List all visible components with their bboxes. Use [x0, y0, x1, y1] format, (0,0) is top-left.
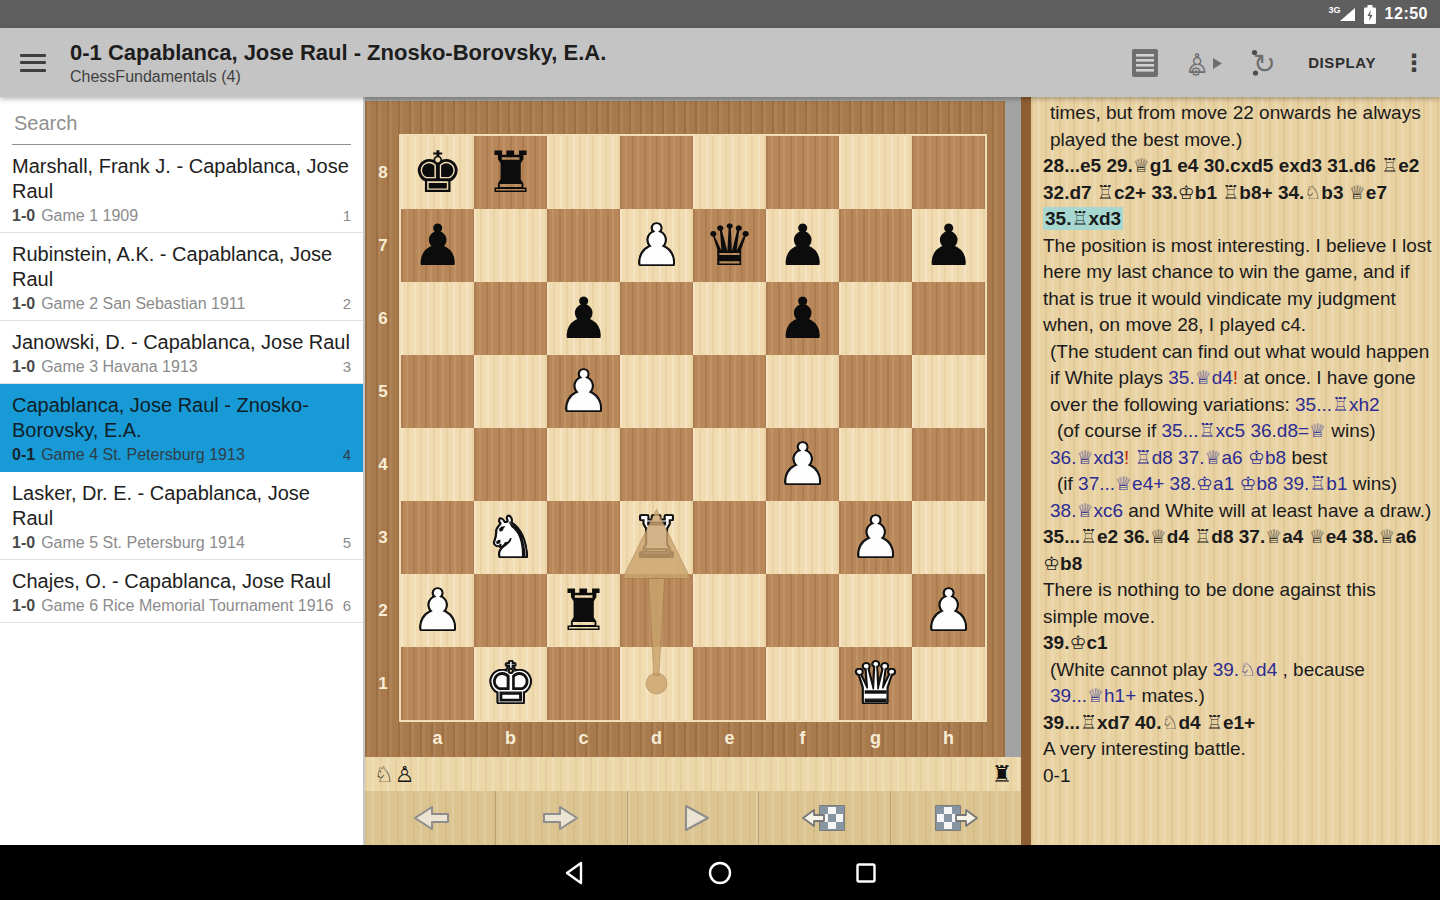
- rank-labels: 87654321: [365, 136, 401, 720]
- white-rook-piece: ♜: [631, 501, 682, 574]
- square-d2[interactable]: [620, 574, 693, 647]
- square-h4[interactable]: [912, 428, 985, 501]
- square-h7[interactable]: ♟: [912, 209, 985, 282]
- square-d3[interactable]: ♜: [620, 501, 693, 574]
- square-b8[interactable]: ♜: [474, 136, 547, 209]
- comment-text: (of course if: [1057, 420, 1162, 441]
- item-detail: Game 1 1909: [41, 207, 138, 225]
- square-c3[interactable]: [547, 501, 620, 574]
- file-label: a: [401, 720, 474, 757]
- square-e6[interactable]: [693, 282, 766, 355]
- hamburger-menu-icon[interactable]: [20, 54, 46, 72]
- rank-label: 5: [365, 355, 401, 428]
- black-pawn-piece: ♟: [777, 209, 828, 282]
- square-h1[interactable]: [912, 647, 985, 720]
- item-title: Janowski, D. - Capablanca, Jose Raul: [12, 330, 351, 355]
- back-triangle-icon: [563, 861, 585, 885]
- file-label: g: [839, 720, 912, 757]
- item-number: 4: [343, 446, 351, 463]
- square-f2[interactable]: [766, 574, 839, 647]
- square-c8[interactable]: [547, 136, 620, 209]
- file-label: e: [693, 720, 766, 757]
- square-e4[interactable]: [693, 428, 766, 501]
- square-g2[interactable]: [839, 574, 912, 647]
- square-b6[interactable]: [474, 282, 547, 355]
- item-number: 1: [343, 207, 351, 224]
- square-a7[interactable]: ♟: [401, 209, 474, 282]
- square-g6[interactable]: [839, 282, 912, 355]
- item-title: Marshall, Frank J. - Capablanca, Jose Ra…: [12, 154, 351, 204]
- notation-list-icon[interactable]: [1132, 48, 1158, 78]
- square-a3[interactable]: [401, 501, 474, 574]
- black-rook-piece: ♜: [558, 574, 609, 647]
- square-a5[interactable]: [401, 355, 474, 428]
- move-text[interactable]: 39.♘d4: [1213, 659, 1278, 680]
- square-d7[interactable]: ♟: [620, 209, 693, 282]
- square-h2[interactable]: ♟: [912, 574, 985, 647]
- item-result: 0-1: [12, 446, 35, 464]
- square-c5[interactable]: ♟: [547, 355, 620, 428]
- arrow-left-icon: [406, 800, 454, 836]
- arrow-right-icon: [538, 800, 586, 836]
- file-label: b: [474, 720, 547, 757]
- item-number: 2: [343, 295, 351, 312]
- move-text[interactable]: 35...♖e2 36.♕d4 ♖d8 37.♕a4 ♕e4 38.♕a6 ♔b…: [1043, 526, 1417, 574]
- square-f3[interactable]: [766, 501, 839, 574]
- square-h8[interactable]: [912, 136, 985, 209]
- square-g3[interactable]: ♟: [839, 501, 912, 574]
- square-g4[interactable]: [839, 428, 912, 501]
- black-queen-piece: ♛: [704, 209, 755, 282]
- chess-board: 87654321 abcdefgh ♚♜♟♟♛♟♟♟♟♟♟♞♜♟♟♜♟♚♛: [365, 101, 1005, 757]
- square-b2[interactable]: [474, 574, 547, 647]
- move-line[interactable]: (of course if 35...♖xc5 36.d8=♕ wins): [1043, 418, 1434, 445]
- white-queen-piece: ♛: [850, 647, 901, 720]
- move-line[interactable]: (White cannot play 39.♘d4 , because 39..…: [1043, 657, 1434, 710]
- item-number: 3: [343, 358, 351, 375]
- comment-text: wins): [1348, 473, 1398, 494]
- rank-label: 4: [365, 428, 401, 501]
- item-title: Lasker, Dr. E. - Capablanca, Jose Raul: [12, 481, 351, 531]
- comment-text: 0-1: [1043, 765, 1070, 786]
- comment-text: mates.): [1136, 685, 1205, 706]
- square-e2[interactable]: [693, 574, 766, 647]
- list-item[interactable]: Lasker, Dr. E. - Capablanca, Jose Raul1-…: [0, 472, 363, 560]
- item-detail: Game 2 San Sebastian 1911: [41, 295, 245, 313]
- white-pawn-piece: ♟: [777, 428, 828, 501]
- square-e8[interactable]: [693, 136, 766, 209]
- item-title: Chajes, O. - Capablanca, Jose Raul: [12, 569, 351, 594]
- move-line[interactable]: (The student can find out what would hap…: [1043, 339, 1434, 419]
- move-text[interactable]: ♖d8 37.♕a6 ♔b8: [1129, 447, 1286, 468]
- chess-pgn-app: 3G 12:50 0-1 Capablanca, Jose Raul - Zno…: [0, 0, 1440, 900]
- move-text[interactable]: 38.♕xc6: [1050, 500, 1123, 521]
- battery-charging-icon: [1364, 5, 1376, 24]
- comment-text: The position is most interesting. I beli…: [1043, 235, 1432, 336]
- black-pawn-piece: ♟: [412, 209, 463, 282]
- black-pawn-piece: ♟: [777, 282, 828, 355]
- android-recents-button[interactable]: [853, 860, 879, 886]
- comment-text: There is nothing to be done against this…: [1043, 579, 1376, 627]
- game-list: Marshall, Frank J. - Capablanca, Jose Ra…: [0, 145, 363, 623]
- move-text[interactable]: 39.♔c1: [1043, 632, 1108, 653]
- comment-line: times, but from move 22 onwards he alway…: [1043, 100, 1434, 153]
- square-c6[interactable]: ♟: [547, 282, 620, 355]
- square-e3[interactable]: [693, 501, 766, 574]
- square-b3[interactable]: ♞: [474, 501, 547, 574]
- move-line[interactable]: 38.♕xc6 and White will at least have a d…: [1043, 498, 1434, 525]
- page-title: 0-1 Capablanca, Jose Raul - Znosko-Borov…: [70, 40, 606, 66]
- navigation-toolbar: [365, 791, 1021, 845]
- signal-3g-icon: 3G: [1329, 5, 1355, 23]
- item-result: 1-0: [12, 597, 35, 615]
- square-e1[interactable]: [693, 647, 766, 720]
- square-h6[interactable]: [912, 282, 985, 355]
- white-pawn-piece: ♟: [558, 355, 609, 428]
- status-bar: 3G 12:50: [0, 0, 1440, 28]
- move-text[interactable]: 28...e5 29.♕g1 e4 30.cxd5 exd3 31.d6 ♖e2…: [1043, 155, 1419, 203]
- board-arrow-left-icon: [798, 800, 850, 836]
- white-pawn-piece: ♟: [850, 501, 901, 574]
- title-block: 0-1 Capablanca, Jose Raul - Znosko-Borov…: [70, 40, 606, 86]
- square-f7[interactable]: ♟: [766, 209, 839, 282]
- square-e7[interactable]: ♛: [693, 209, 766, 282]
- comment-text: (White cannot play: [1050, 659, 1213, 680]
- analysis-refresh-icon[interactable]: ↻: [1250, 47, 1282, 79]
- recents-square-icon: [855, 862, 877, 884]
- app-bar: 0-1 Capablanca, Jose Raul - Znosko-Borov…: [0, 28, 1440, 97]
- square-c1[interactable]: [547, 647, 620, 720]
- item-detail: Game 5 St. Petersburg 1914: [41, 534, 245, 552]
- black-pawn-piece: ♟: [558, 282, 609, 355]
- move-line[interactable]: 39...♖xd7 40.♘d4 ♖e1+: [1043, 710, 1434, 737]
- move-line[interactable]: (if 37...♕e4+ 38.♔a1 ♔b8 39.♖b1 wins): [1043, 471, 1434, 498]
- square-g7[interactable]: [839, 209, 912, 282]
- square-a4[interactable]: [401, 428, 474, 501]
- move-text[interactable]: 36.♕xd3: [1050, 447, 1124, 468]
- comment-text: A very interesting battle.: [1043, 738, 1246, 759]
- white-king-piece: ♚: [485, 647, 536, 720]
- comment-text: (if: [1057, 473, 1078, 494]
- move-line[interactable]: 39.♔c1: [1043, 630, 1434, 657]
- overflow-menu-icon[interactable]: ⋮: [1402, 53, 1426, 73]
- comment-line: The position is most interesting. I beli…: [1043, 233, 1434, 339]
- square-a8[interactable]: ♚: [401, 136, 474, 209]
- list-item[interactable]: Rubinstein, A.K. - Capablanca, Jose Raul…: [0, 233, 363, 321]
- moves-annotation-panel: times, but from move 22 onwards he alway…: [1021, 97, 1440, 845]
- square-g1[interactable]: ♛: [839, 647, 912, 720]
- home-circle-icon: [708, 861, 732, 885]
- android-nav-bar: [0, 845, 1440, 900]
- current-move[interactable]: 35.♖xd3: [1043, 207, 1123, 230]
- item-detail: Game 6 Rice Memorial Tournament 1916: [41, 597, 333, 615]
- square-g5[interactable]: [839, 355, 912, 428]
- comment-line: There is nothing to be done against this…: [1043, 577, 1434, 630]
- black-king-piece: ♚: [412, 136, 463, 209]
- black-rook-piece: ♜: [485, 136, 536, 209]
- file-label: c: [547, 720, 620, 757]
- square-b4[interactable]: [474, 428, 547, 501]
- square-d8[interactable]: [620, 136, 693, 209]
- white-pawn-piece: ♟: [631, 209, 682, 282]
- white-knight-piece: ♞: [485, 501, 536, 574]
- board-arrow-right-icon: [930, 800, 982, 836]
- square-e5[interactable]: [693, 355, 766, 428]
- square-a2[interactable]: ♟: [401, 574, 474, 647]
- captured-white-pieces: ♘♙: [374, 762, 415, 787]
- page-subtitle: ChessFundamentals (4): [70, 68, 606, 86]
- item-number: 6: [343, 597, 351, 614]
- list-item[interactable]: Janowski, D. - Capablanca, Jose Raul1-0G…: [0, 321, 363, 384]
- comment-line: A very interesting battle.: [1043, 736, 1434, 763]
- square-a1[interactable]: [401, 647, 474, 720]
- file-label: d: [620, 720, 693, 757]
- next-move-button[interactable]: [495, 791, 626, 845]
- item-number: 5: [343, 534, 351, 551]
- comment-text: , because: [1277, 659, 1365, 680]
- move-text[interactable]: 39...♕h1+: [1050, 685, 1136, 706]
- display-button[interactable]: DISPLAY: [1308, 54, 1376, 71]
- captured-pieces-tray: ♘♙ ♜: [365, 757, 1021, 791]
- square-f6[interactable]: ♟: [766, 282, 839, 355]
- square-f4[interactable]: ♟: [766, 428, 839, 501]
- square-d6[interactable]: [620, 282, 693, 355]
- square-f1[interactable]: [766, 647, 839, 720]
- play-icon: [669, 800, 717, 836]
- square-c2[interactable]: ♜: [547, 574, 620, 647]
- android-back-button[interactable]: [561, 860, 587, 886]
- file-labels: abcdefgh: [401, 720, 985, 757]
- comment-text: and White will at least have a draw.): [1123, 500, 1431, 521]
- search-input[interactable]: Search: [12, 97, 351, 145]
- rank-label: 3: [365, 501, 401, 574]
- square-c4[interactable]: [547, 428, 620, 501]
- move-line[interactable]: 35...♖e2 36.♕d4 ♖d8 37.♕a4 ♕e4 38.♕a6 ♔b…: [1043, 524, 1434, 577]
- square-h3[interactable]: [912, 501, 985, 574]
- square-f5[interactable]: [766, 355, 839, 428]
- square-d1[interactable]: [620, 647, 693, 720]
- item-detail: Game 4 St. Petersburg 1913: [41, 446, 245, 464]
- item-result: 1-0: [12, 207, 35, 225]
- move-text[interactable]: 39...♖xd7 40.♘d4 ♖e1+: [1043, 712, 1255, 733]
- svg-text:⚙: ⚙: [1190, 64, 1202, 79]
- comment-text: wins): [1326, 420, 1376, 441]
- square-d5[interactable]: [620, 355, 693, 428]
- white-pawn-piece: ♟: [923, 574, 974, 647]
- square-c7[interactable]: [547, 209, 620, 282]
- prev-game-button[interactable]: [758, 791, 889, 845]
- square-b5[interactable]: [474, 355, 547, 428]
- android-home-button[interactable]: [707, 860, 733, 886]
- square-g8[interactable]: [839, 136, 912, 209]
- item-result: 1-0: [12, 534, 35, 552]
- autoplay-button[interactable]: [627, 791, 758, 845]
- square-b1[interactable]: ♚: [474, 647, 547, 720]
- file-label: h: [912, 720, 985, 757]
- board-grid: ♚♜♟♟♛♟♟♟♟♟♟♞♜♟♟♜♟♚♛: [401, 136, 985, 720]
- board-column: 87654321 abcdefgh ♚♜♟♟♛♟♟♟♟♟♟♞♜♟♟♜♟♚♛ ♘♙…: [365, 97, 1021, 845]
- square-h5[interactable]: [912, 355, 985, 428]
- rank-label: 6: [365, 282, 401, 355]
- list-item[interactable]: Capablanca, Jose Raul - Znosko-Borovsky,…: [0, 384, 363, 472]
- move-text[interactable]: 35...♖xh2: [1295, 394, 1380, 415]
- comment-line: 0-1: [1043, 763, 1434, 790]
- move-text[interactable]: 35.♕d4: [1168, 367, 1233, 388]
- move-text[interactable]: 35...♖xc5 36.d8=♕: [1162, 420, 1327, 441]
- rank-label: 8: [365, 136, 401, 209]
- rank-label: 2: [365, 574, 401, 647]
- move-text[interactable]: 37...♕e4+ 38.♔a1 ♔b8 39.♖b1: [1078, 473, 1347, 494]
- list-item[interactable]: Chajes, O. - Capablanca, Jose Raul1-0Gam…: [0, 560, 363, 623]
- engine-play-icon[interactable]: ♙ ⚙: [1184, 47, 1224, 79]
- item-result: 1-0: [12, 295, 35, 313]
- clock: 12:50: [1385, 5, 1428, 23]
- game-list-sidebar: Search Marshall, Frank J. - Capablanca, …: [0, 97, 365, 845]
- move-line[interactable]: 28...e5 29.♕g1 e4 30.cxd5 exd3 31.d6 ♖e2…: [1043, 153, 1434, 233]
- comment-text: times, but from move 22 onwards he alway…: [1050, 102, 1421, 150]
- comment-text: best: [1286, 447, 1327, 468]
- white-pawn-piece: ♟: [412, 574, 463, 647]
- file-label: f: [766, 720, 839, 757]
- rank-label: 1: [365, 647, 401, 720]
- list-item[interactable]: Marshall, Frank J. - Capablanca, Jose Ra…: [0, 145, 363, 233]
- item-title: Capablanca, Jose Raul - Znosko-Borovsky,…: [12, 393, 351, 443]
- square-a6[interactable]: [401, 282, 474, 355]
- move-line[interactable]: 36.♕xd3! ♖d8 37.♕a6 ♔b8 best: [1043, 445, 1434, 472]
- item-title: Rubinstein, A.K. - Capablanca, Jose Raul: [12, 242, 351, 292]
- next-game-button[interactable]: [890, 791, 1021, 845]
- square-f8[interactable]: [766, 136, 839, 209]
- square-b7[interactable]: [474, 209, 547, 282]
- square-d4[interactable]: [620, 428, 693, 501]
- captured-black-pieces: ♜: [991, 761, 1012, 787]
- item-detail: Game 3 Havana 1913: [41, 358, 198, 376]
- black-pawn-piece: ♟: [923, 209, 974, 282]
- item-result: 1-0: [12, 358, 35, 376]
- prev-move-button[interactable]: [365, 791, 495, 845]
- rank-label: 7: [365, 209, 401, 282]
